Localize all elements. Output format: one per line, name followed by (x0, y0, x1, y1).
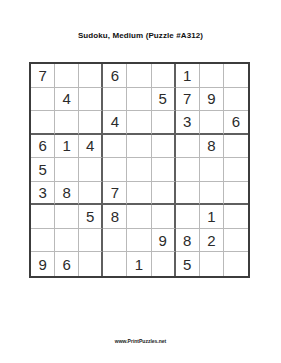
cell-r8c8: 2 (200, 229, 224, 253)
cell-r1c9 (224, 64, 248, 88)
cell-r8c1 (31, 229, 55, 253)
given-digit: 9 (38, 257, 46, 272)
cell-r4c3: 4 (79, 135, 103, 159)
given-digit: 6 (62, 257, 70, 272)
given-digit: 5 (158, 91, 166, 106)
cell-r8c7: 8 (176, 229, 200, 253)
cell-r6c7 (176, 182, 200, 206)
cell-r3c1 (31, 111, 55, 135)
given-digit: 4 (86, 138, 94, 153)
cell-r6c2: 8 (55, 182, 79, 206)
cell-r2c1 (31, 88, 55, 112)
cell-r2c6: 5 (152, 88, 176, 112)
cell-r8c9 (224, 229, 248, 253)
cell-r6c4: 7 (103, 182, 127, 206)
cell-r9c9 (224, 252, 248, 276)
given-digit: 1 (62, 138, 70, 153)
cell-r8c6: 9 (152, 229, 176, 253)
cell-r2c9 (224, 88, 248, 112)
cell-r2c8: 9 (200, 88, 224, 112)
cell-r4c8: 8 (200, 135, 224, 159)
given-digit: 5 (86, 209, 94, 224)
cell-r3c2 (55, 111, 79, 135)
cell-r1c2 (55, 64, 79, 88)
cell-r7c1 (31, 205, 55, 229)
cell-r1c6 (152, 64, 176, 88)
cell-r4c7 (176, 135, 200, 159)
cell-r2c4 (103, 88, 127, 112)
cell-r8c4 (103, 229, 127, 253)
cell-r8c5 (127, 229, 151, 253)
cell-r6c8 (200, 182, 224, 206)
given-digit: 9 (158, 233, 166, 248)
cell-r3c4: 4 (103, 111, 127, 135)
cell-r2c5 (127, 88, 151, 112)
cell-r5c1: 5 (31, 158, 55, 182)
cell-r3c5 (127, 111, 151, 135)
cell-r6c5 (127, 182, 151, 206)
footer-url: www.PrintPuzzles.net (0, 338, 281, 344)
cell-r1c7: 1 (176, 64, 200, 88)
given-digit: 8 (111, 209, 119, 224)
cell-r9c7: 5 (176, 252, 200, 276)
given-digit: 8 (183, 233, 191, 248)
cell-r5c5 (127, 158, 151, 182)
cell-r5c6 (152, 158, 176, 182)
cell-r4c1: 6 (31, 135, 55, 159)
given-digit: 5 (38, 162, 46, 177)
cell-r1c4: 6 (103, 64, 127, 88)
cell-r5c7 (176, 158, 200, 182)
cell-r7c9 (224, 205, 248, 229)
cell-r7c2 (55, 205, 79, 229)
given-digit: 4 (62, 91, 70, 106)
cell-r4c2: 1 (55, 135, 79, 159)
cell-r6c3 (79, 182, 103, 206)
cell-r3c9: 6 (224, 111, 248, 135)
cell-r7c8: 1 (200, 205, 224, 229)
given-digit: 2 (207, 233, 215, 248)
cell-r4c6 (152, 135, 176, 159)
cell-r9c8 (200, 252, 224, 276)
cell-r1c5 (127, 64, 151, 88)
sudoku-board: 7614579436614853875819829615 (29, 62, 250, 278)
cell-r5c8 (200, 158, 224, 182)
cell-r7c6 (152, 205, 176, 229)
cell-r9c1: 9 (31, 252, 55, 276)
given-digit: 6 (38, 138, 46, 153)
given-digit: 6 (232, 114, 240, 129)
cell-r9c2: 6 (55, 252, 79, 276)
printable-sudoku-page: Sudoku, Medium (Puzzle #A312) 7614579436… (0, 0, 281, 363)
cell-r7c7 (176, 205, 200, 229)
given-digit: 8 (62, 185, 70, 200)
cell-r5c9 (224, 158, 248, 182)
cell-r2c7: 7 (176, 88, 200, 112)
cell-r9c6 (152, 252, 176, 276)
cell-r6c6 (152, 182, 176, 206)
page-title: Sudoku, Medium (Puzzle #A312) (0, 31, 281, 40)
given-digit: 6 (111, 68, 119, 83)
given-digit: 3 (38, 185, 46, 200)
cell-r9c4 (103, 252, 127, 276)
cell-r9c5: 1 (127, 252, 151, 276)
cell-r5c3 (79, 158, 103, 182)
given-digit: 7 (38, 68, 46, 83)
cell-r4c5 (127, 135, 151, 159)
cell-r3c8 (200, 111, 224, 135)
given-digit: 1 (135, 257, 143, 272)
given-digit: 4 (111, 114, 119, 129)
cell-r7c3: 5 (79, 205, 103, 229)
given-digit: 5 (183, 257, 191, 272)
given-digit: 7 (111, 185, 119, 200)
cell-r7c4: 8 (103, 205, 127, 229)
cell-r1c8 (200, 64, 224, 88)
cell-r2c3 (79, 88, 103, 112)
cell-r2c2: 4 (55, 88, 79, 112)
cell-r1c3 (79, 64, 103, 88)
cell-r1c1: 7 (31, 64, 55, 88)
cell-r6c1: 3 (31, 182, 55, 206)
cell-r3c3 (79, 111, 103, 135)
cell-r5c2 (55, 158, 79, 182)
cell-r9c3 (79, 252, 103, 276)
cell-r6c9 (224, 182, 248, 206)
given-digit: 9 (207, 91, 215, 106)
given-digit: 1 (183, 68, 191, 83)
cell-r3c7: 3 (176, 111, 200, 135)
cell-r3c6 (152, 111, 176, 135)
cell-r5c4 (103, 158, 127, 182)
cell-r8c3 (79, 229, 103, 253)
cell-r7c5 (127, 205, 151, 229)
given-digit: 7 (183, 91, 191, 106)
cell-r8c2 (55, 229, 79, 253)
cell-r4c4 (103, 135, 127, 159)
given-digit: 1 (207, 209, 215, 224)
given-digit: 8 (207, 138, 215, 153)
cell-r4c9 (224, 135, 248, 159)
given-digit: 3 (183, 114, 191, 129)
